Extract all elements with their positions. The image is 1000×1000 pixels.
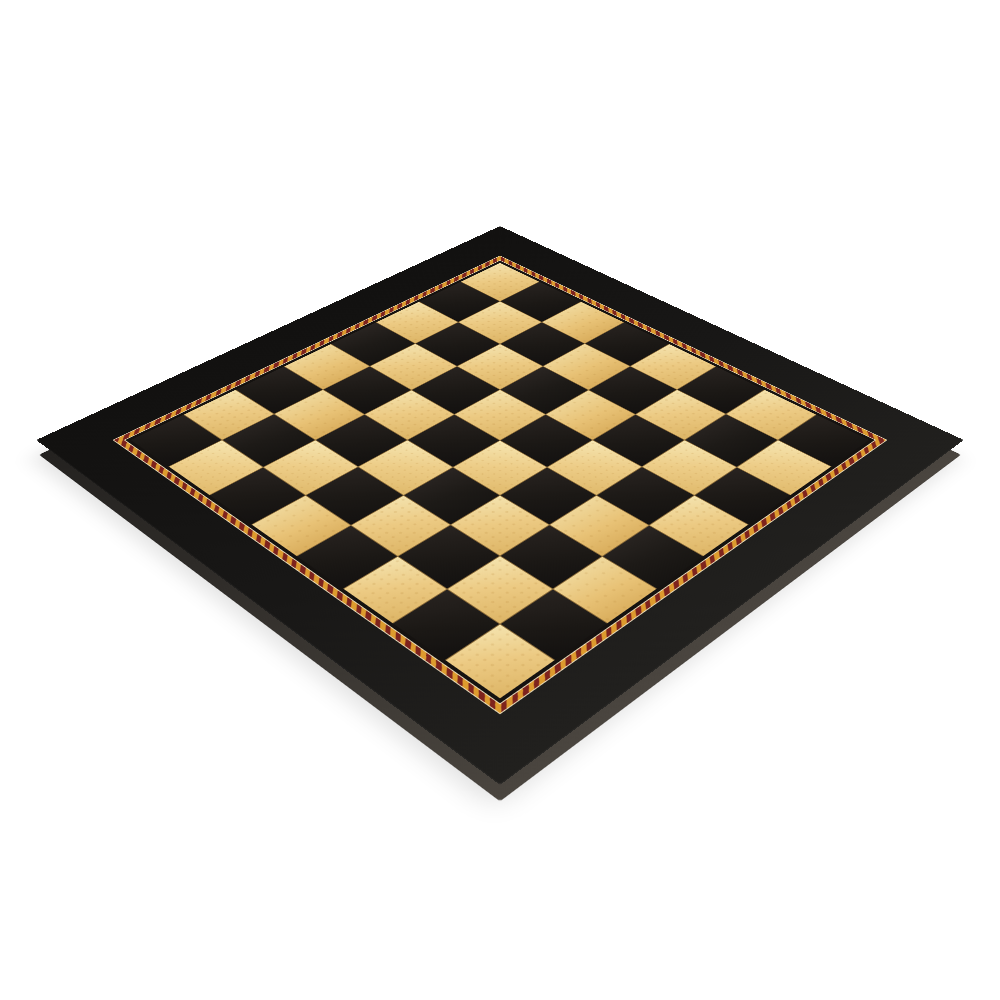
chess-board [36, 226, 964, 785]
board-grid [131, 263, 869, 698]
product-photo [0, 0, 1000, 1000]
inlay-border [113, 256, 888, 715]
playing-field [124, 260, 876, 704]
